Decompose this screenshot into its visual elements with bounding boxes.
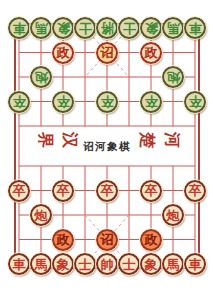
piece-green-chariot[interactable]: 車 [184,17,206,39]
piece-red-horse[interactable]: 馬 [30,253,52,275]
piece-red-soldier[interactable]: 卒 [184,180,206,202]
piece-red-chariot[interactable]: 車 [184,253,206,275]
piece-red-advisor[interactable]: 士 [118,253,140,275]
piece-red-zheng[interactable]: 政 [52,229,74,251]
river-char-chu: 楚 [139,132,155,148]
piece-green-soldier[interactable]: 卒 [52,91,74,113]
piece-red-horse[interactable]: 馬 [162,253,184,275]
piece-red-elephant[interactable]: 象 [140,253,162,275]
piece-green-zheng[interactable]: 政 [140,42,162,64]
piece-red-cannon[interactable]: 炮 [162,204,184,226]
piece-green-soldier[interactable]: 卒 [8,91,30,113]
piece-green-advisor[interactable]: 士 [74,17,96,39]
piece-green-cannon[interactable]: 炮 [30,66,52,88]
piece-green-zheng[interactable]: 政 [52,42,74,64]
piece-green-soldier[interactable]: 卒 [96,91,118,113]
piece-green-zhao[interactable]: 诏 [96,42,118,64]
piece-green-elephant[interactable]: 象 [52,17,74,39]
piece-green-cannon[interactable]: 炮 [162,66,184,88]
piece-green-soldier[interactable]: 卒 [184,91,206,113]
piece-red-general[interactable]: 帥 [96,253,118,275]
piece-red-elephant[interactable]: 象 [52,253,74,275]
piece-red-zheng[interactable]: 政 [140,229,162,251]
piece-red-soldier[interactable]: 卒 [52,180,74,202]
river-label-chuhe: 楚 河 [139,132,180,148]
piece-green-chariot[interactable]: 車 [8,17,30,39]
piece-red-advisor[interactable]: 士 [74,253,96,275]
piece-green-soldier[interactable]: 卒 [140,91,162,113]
piece-green-horse[interactable]: 馬 [30,17,52,39]
xiangqi-board: 界 汉 诏河象棋 楚 河 車馬象士將士象馬車政诏政炮炮卒卒卒卒卒卒卒卒卒卒炮炮政… [0,0,213,300]
piece-red-zhao[interactable]: 诏 [96,229,118,251]
piece-green-general[interactable]: 將 [96,17,118,39]
piece-green-horse[interactable]: 馬 [162,17,184,39]
piece-red-chariot[interactable]: 車 [8,253,30,275]
piece-red-soldier[interactable]: 卒 [140,180,162,202]
piece-red-cannon[interactable]: 炮 [30,204,52,226]
piece-green-advisor[interactable]: 士 [118,17,140,39]
piece-green-elephant[interactable]: 象 [140,17,162,39]
river-char-he: 河 [164,132,180,148]
piece-red-soldier[interactable]: 卒 [8,180,30,202]
piece-red-soldier[interactable]: 卒 [96,180,118,202]
